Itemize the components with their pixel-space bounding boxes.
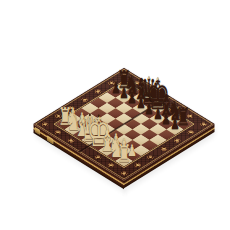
rosette-medallion xyxy=(106,80,116,86)
rosette-medallion xyxy=(172,137,182,143)
chess-board xyxy=(33,68,214,180)
rosette-medallion xyxy=(145,154,155,160)
rosette-medallion xyxy=(119,170,129,176)
brass-hinge xyxy=(35,127,40,135)
rosette-medallion xyxy=(145,88,155,94)
rosette-medallion xyxy=(106,162,116,168)
rosette-medallion xyxy=(159,146,169,152)
rosette-medallion xyxy=(66,105,76,111)
chess-set-photo: ♜♞♝♛♚♝♞♜♟♟♟♟♟♟♟♟♟♟♟♟♟♟♟♟♜♞♝♛♚♝♞♜ xyxy=(0,0,230,230)
finial-tip xyxy=(148,76,150,79)
rosette-medallion xyxy=(186,129,196,135)
finial-tip xyxy=(157,78,159,81)
rosette-medallion xyxy=(53,129,63,135)
rosette-medallion xyxy=(53,113,63,119)
rosette-medallion xyxy=(198,121,208,127)
rosette-medallion xyxy=(93,88,103,94)
rosette-medallion xyxy=(119,72,129,78)
rosette-medallion xyxy=(185,113,195,119)
rosette-medallion xyxy=(66,137,76,143)
rosette-medallion xyxy=(172,105,182,111)
rosette-medallion xyxy=(79,96,89,102)
rosette-medallion xyxy=(40,121,50,127)
rosette-medallion xyxy=(93,154,103,160)
rosette-medallion xyxy=(132,162,142,168)
rosette-medallion xyxy=(132,80,142,86)
